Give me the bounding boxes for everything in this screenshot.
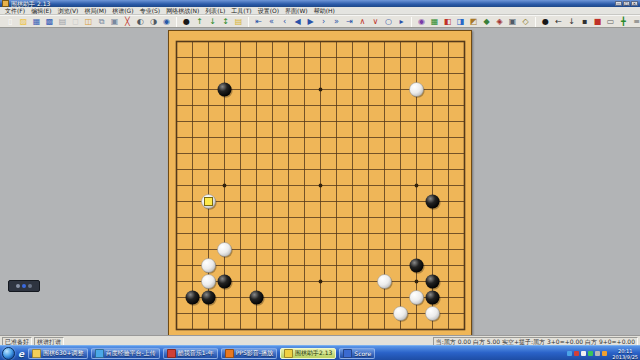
select-rect-icon[interactable]: ▭ (605, 16, 617, 28)
delete-icon[interactable]: ╳ (122, 16, 134, 28)
menu-item-5[interactable]: 专业(S) (137, 7, 164, 15)
move-down-icon[interactable]: ↓ (207, 16, 219, 28)
taskbar-button-label: PPS影音-播放 (236, 349, 273, 358)
taskbar-button-icon (284, 349, 293, 358)
ie-quicklaunch-icon[interactable]: e (18, 349, 24, 359)
new-board-icon[interactable]: ◫ (83, 16, 95, 28)
list-icon[interactable]: ≡ (631, 16, 640, 28)
stone-white-Q16[interactable] (410, 83, 424, 97)
stone-white-D6[interactable] (218, 243, 232, 257)
stone-black-B3[interactable] (186, 291, 200, 305)
next-game-icon[interactable]: ◑ (148, 16, 160, 28)
stone-icon[interactable]: ● (181, 16, 193, 28)
open-folder-icon[interactable]: ▨ (18, 16, 30, 28)
taskbar-button-label: 围棋630+调整 (43, 349, 83, 358)
minimize-button[interactable]: — (615, 1, 622, 6)
half-right-icon[interactable]: ◨ (455, 16, 467, 28)
back-1-icon[interactable]: ‹ (279, 16, 291, 28)
tray-icon-0[interactable] (567, 351, 572, 356)
taskbar-button-3[interactable]: PPS影音-播放 (221, 348, 277, 359)
taskbar-button-icon (32, 349, 41, 358)
half-left-icon[interactable]: ◧ (442, 16, 454, 28)
maximize-button[interactable]: □ (623, 1, 630, 6)
toolbar-separator (176, 17, 177, 27)
go-board[interactable] (168, 30, 472, 336)
clock-date: 2013/9/25 (612, 354, 638, 360)
print-icon[interactable]: ▤ (57, 16, 69, 28)
place-stone-icon[interactable]: ● (540, 16, 552, 28)
taskbar-button-5[interactable]: Score (339, 348, 375, 359)
new-file-icon[interactable]: ▯ (5, 16, 17, 28)
save-icon[interactable]: ▦ (31, 16, 43, 28)
variation-up-icon[interactable]: ∧ (357, 16, 369, 28)
diamond-tool-icon[interactable]: ◆ (481, 16, 493, 28)
tray-icon-2[interactable] (581, 351, 586, 356)
board-tool-icon[interactable]: ▦ (429, 16, 441, 28)
mini-more-icon (28, 284, 32, 288)
red-square-icon[interactable]: ■ (592, 16, 604, 28)
client-area (0, 28, 640, 335)
taskbar-button-icon (225, 349, 234, 358)
desktop: 围棋助手 2.13 — □ ✕ 文件(F)编辑(E)浏览(V)棋局(M)棋谱(G… (0, 0, 640, 360)
taskbar: e 围棋630+调整百度经验平台-上传酷我音乐1-年PPS影音-播放围棋助手2.… (0, 345, 640, 360)
save-all-icon[interactable]: ▩ (44, 16, 56, 28)
mini-handle-icon (16, 284, 20, 288)
preview-icon[interactable]: ◻ (70, 16, 82, 28)
play-back-icon[interactable]: ◀ (292, 16, 304, 28)
stone-white-C4[interactable] (202, 275, 216, 289)
arrow-down-icon[interactable]: ↓ (566, 16, 578, 28)
toolbar-group-1: ●↑↓↕▤ (178, 16, 247, 28)
stone-white-R2[interactable] (426, 307, 440, 321)
taskbar-button-label: 酷我音乐1-年 (178, 349, 214, 358)
menu-item-9[interactable]: 设置(O) (255, 7, 282, 15)
last-move-icon[interactable]: ⇥ (344, 16, 356, 28)
taskbar-button-4[interactable]: 围棋助手2.13 (280, 348, 336, 359)
stone-white-C5[interactable] (202, 259, 216, 273)
toolbar: ▯▨▦▩▤◻◫⧉▣╳◐◑◉●↑↓↕▤⇤«‹◀▶›»⇥∧∨○▸◉▦◧◨◩◆◈▣◇●… (0, 15, 640, 28)
menu-item-7[interactable]: 列表(L) (202, 7, 228, 15)
paste-icon[interactable]: ▣ (109, 16, 121, 28)
tray-icon-1[interactable] (574, 351, 579, 356)
menu-item-3[interactable]: 棋局(M) (81, 7, 109, 15)
zone-tool-icon[interactable]: ▣ (507, 16, 519, 28)
variation-down-icon[interactable]: ∨ (370, 16, 382, 28)
prev-game-icon[interactable]: ◐ (135, 16, 147, 28)
stone-black-C3[interactable] (202, 291, 216, 305)
stone-white-O4[interactable] (378, 275, 392, 289)
stone-black-R3[interactable] (426, 291, 440, 305)
stone-black-Q5[interactable] (410, 259, 424, 273)
last-move-marker (205, 198, 213, 206)
stone-black-D16[interactable] (218, 83, 232, 97)
pass-icon[interactable]: ○ (383, 16, 395, 28)
mini-app-icon (22, 284, 26, 288)
menu-item-2[interactable]: 浏览(V) (55, 7, 82, 15)
stone-black-F3[interactable] (250, 291, 264, 305)
toolbar-separator (535, 17, 536, 27)
taskbar-clock[interactable]: 20:11 2013/9/25 (612, 348, 638, 360)
tray-icon-3[interactable] (588, 351, 593, 356)
menu-item-0[interactable]: 文件(F) (2, 7, 28, 15)
stone-white-P2[interactable] (394, 307, 408, 321)
toolbar-separator (248, 17, 249, 27)
menu-item-1[interactable]: 编辑(E) (28, 7, 54, 15)
arrow-left-icon[interactable]: ← (553, 16, 565, 28)
swap-variation-icon[interactable]: ↕ (220, 16, 232, 28)
score-tool-icon[interactable]: ◇ (520, 16, 532, 28)
taskbar-button-icon (167, 349, 176, 358)
taskbar-button-0[interactable]: 围棋630+调整 (28, 348, 87, 359)
play-forward-icon[interactable]: ▶ (305, 16, 317, 28)
taskbar-button-2[interactable]: 酷我音乐1-年 (163, 348, 218, 359)
toolbar-group-2: ⇤«‹◀▶›»⇥∧∨○▸ (250, 16, 410, 28)
menu-item-10[interactable]: 界面(W) (282, 7, 311, 15)
tray-icon-4[interactable] (595, 351, 600, 356)
game-info-icon[interactable]: ◉ (161, 16, 173, 28)
menu-item-11[interactable]: 帮助(H) (311, 7, 338, 15)
floating-mini-toolbar[interactable] (8, 280, 40, 292)
fwd-1-icon[interactable]: › (318, 16, 330, 28)
menu-item-4[interactable]: 棋谱(G) (109, 7, 136, 15)
taskbar-button-icon (343, 349, 352, 358)
menu-item-6[interactable]: 网络棋战(N) (163, 7, 202, 15)
auto-play-icon[interactable]: ▸ (396, 16, 408, 28)
stone-black-D4[interactable] (218, 275, 232, 289)
move-up-icon[interactable]: ↑ (194, 16, 206, 28)
taskbar-button-label: 百度经验平台-上传 (106, 349, 156, 358)
toolbar-group-3: ◉▦◧◨◩◆◈▣◇ (413, 16, 534, 28)
menu-item-8[interactable]: 工具(T) (228, 7, 254, 15)
grid-cross-icon[interactable]: ╋ (618, 16, 630, 28)
corner-tool-icon[interactable]: ◩ (468, 16, 480, 28)
stone-black-R9[interactable] (426, 195, 440, 209)
first-move-icon[interactable]: ⇤ (253, 16, 265, 28)
stone-black-R4[interactable] (426, 275, 440, 289)
system-tray: 20:11 2013/9/25 (567, 348, 640, 360)
analyze-icon[interactable]: ◉ (416, 16, 428, 28)
taskbar-button-1[interactable]: 百度经验平台-上传 (91, 348, 160, 359)
tray-icon-5[interactable] (602, 351, 607, 356)
copy-icon[interactable]: ⧉ (96, 16, 108, 28)
taskbar-button-label: Score (354, 350, 371, 357)
small-square-icon[interactable]: ▪ (579, 16, 591, 28)
toolbar-group-4: ●←↓▪■▭╋≡ (537, 16, 640, 28)
mark-tool-icon[interactable]: ◈ (494, 16, 506, 28)
start-button[interactable] (2, 347, 15, 360)
back-10-icon[interactable]: « (266, 16, 278, 28)
taskbar-button-label: 围棋助手2.13 (295, 349, 332, 358)
toolbar-separator (411, 17, 412, 27)
close-button[interactable]: ✕ (631, 1, 638, 6)
menu-bar: 文件(F)编辑(E)浏览(V)棋局(M)棋谱(G)专业(S)网络棋战(N)列表(… (0, 7, 640, 15)
stone-white-Q3[interactable] (410, 291, 424, 305)
notes-icon[interactable]: ▤ (233, 16, 245, 28)
toolbar-group-0: ▯▨▦▩▤◻◫⧉▣╳◐◑◉ (2, 16, 175, 28)
fwd-10-icon[interactable]: » (331, 16, 343, 28)
taskbar-button-icon (95, 349, 104, 358)
